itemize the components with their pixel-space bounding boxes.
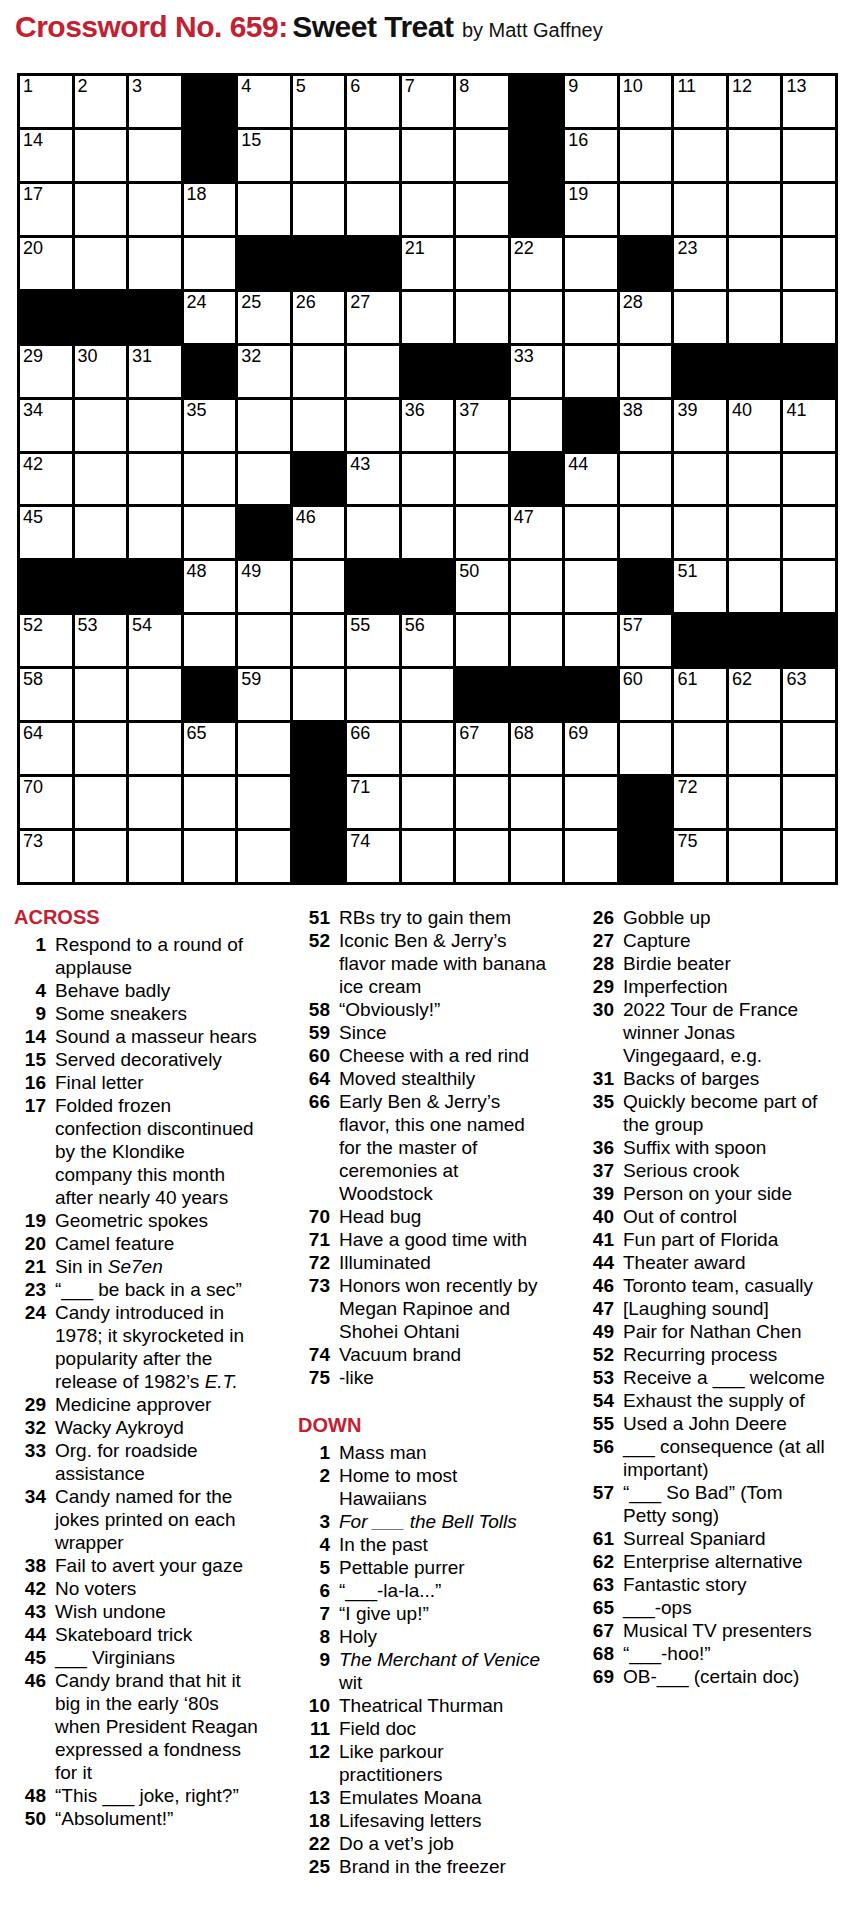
white-cell[interactable]: 28	[620, 292, 672, 343]
white-cell[interactable]: 25	[238, 292, 290, 343]
clue-text: “___-la-la...”	[339, 1579, 546, 1602]
white-cell[interactable]	[511, 400, 563, 451]
white-cell[interactable]	[565, 507, 617, 558]
white-cell[interactable]	[129, 831, 181, 882]
white-cell[interactable]	[456, 777, 508, 828]
white-cell[interactable]	[184, 831, 236, 882]
white-cell[interactable]	[511, 615, 563, 666]
cell-number: 59	[241, 669, 261, 690]
white-cell[interactable]	[729, 130, 781, 181]
clue-text: Enterprise alternative	[623, 1550, 830, 1573]
clue-down-67: 67Musical TV presenters	[582, 1619, 832, 1642]
white-cell[interactable]: 54	[129, 615, 181, 666]
white-cell[interactable]	[293, 561, 345, 612]
clue-text: OB-___ (certain doc)	[623, 1665, 830, 1688]
white-cell[interactable]: 69	[565, 723, 617, 774]
cell-number: 44	[568, 454, 588, 475]
white-cell[interactable]: 39	[674, 400, 726, 451]
white-cell[interactable]: 43	[347, 454, 399, 505]
white-cell[interactable]: 70	[20, 777, 72, 828]
clue-down-52: 52Recurring process	[582, 1343, 832, 1366]
white-cell[interactable]: 32	[238, 346, 290, 397]
white-cell[interactable]: 21	[402, 238, 454, 289]
white-cell[interactable]	[75, 400, 127, 451]
white-cell[interactable]	[783, 561, 835, 612]
clue-across-9: 9Some sneakers	[14, 1002, 264, 1025]
clue-text: Surreal Spaniard	[623, 1527, 830, 1550]
white-cell[interactable]	[75, 831, 127, 882]
clue-down-9: 9The Merchant of Venice wit	[298, 1648, 548, 1694]
white-cell[interactable]: 45	[20, 507, 72, 558]
black-cell	[511, 76, 563, 127]
cell-number: 39	[677, 400, 697, 421]
white-cell[interactable]	[184, 238, 236, 289]
cell-number: 47	[514, 507, 534, 528]
white-cell[interactable]	[729, 777, 781, 828]
white-cell[interactable]: 46	[293, 507, 345, 558]
white-cell[interactable]	[75, 238, 127, 289]
clue-number: 48	[14, 1784, 46, 1807]
clue-number: 53	[582, 1366, 614, 1389]
white-cell[interactable]: 9	[565, 76, 617, 127]
white-cell[interactable]	[293, 130, 345, 181]
white-cell[interactable]: 66	[347, 723, 399, 774]
white-cell[interactable]: 47	[511, 507, 563, 558]
clue-number: 46	[582, 1274, 614, 1297]
white-cell[interactable]: 75	[674, 831, 726, 882]
white-cell[interactable]	[402, 831, 454, 882]
white-cell[interactable]	[565, 346, 617, 397]
clue-across-23: 23“___ be back in a sec”	[14, 1278, 264, 1301]
clue-text: Sin in Se7en	[55, 1255, 262, 1278]
white-cell[interactable]	[565, 292, 617, 343]
white-cell[interactable]: 57	[620, 615, 672, 666]
white-cell[interactable]: 27	[347, 292, 399, 343]
white-cell[interactable]	[511, 831, 563, 882]
black-cell	[129, 561, 181, 612]
white-cell[interactable]	[184, 454, 236, 505]
clue-number: 56	[582, 1435, 614, 1481]
clue-text: Head bug	[339, 1205, 546, 1228]
clue-text: Candy named for the jokes printed on eac…	[55, 1485, 262, 1554]
cell-number: 23	[677, 238, 697, 259]
white-cell[interactable]: 40	[729, 400, 781, 451]
white-cell[interactable]	[75, 184, 127, 235]
white-cell[interactable]: 3	[129, 76, 181, 127]
crossword-grid[interactable]: 1234567891011121314151617181920212223242…	[17, 73, 838, 885]
white-cell[interactable]	[620, 184, 672, 235]
white-cell[interactable]	[783, 184, 835, 235]
white-cell[interactable]	[729, 238, 781, 289]
white-cell[interactable]: 49	[238, 561, 290, 612]
clue-text: Gobble up	[623, 906, 830, 929]
clue-text: Quickly become part of the group	[623, 1090, 830, 1136]
black-cell	[238, 507, 290, 558]
clue-text: Vacuum brand	[339, 1343, 546, 1366]
white-cell[interactable]: 51	[674, 561, 726, 612]
clue-text: Lifesaving letters	[339, 1809, 546, 1832]
white-cell[interactable]	[402, 723, 454, 774]
clue-number: 8	[298, 1625, 330, 1648]
white-cell[interactable]: 48	[184, 561, 236, 612]
clue-text: Suffix with spoon	[623, 1136, 830, 1159]
white-cell[interactable]	[565, 831, 617, 882]
clue-text: Fun part of Florida	[623, 1228, 830, 1251]
clue-text: -like	[339, 1366, 546, 1389]
white-cell[interactable]: 20	[20, 238, 72, 289]
white-cell[interactable]: 7	[402, 76, 454, 127]
black-cell	[184, 346, 236, 397]
clue-across-73: 73Honors won recently by Megan Rapinoe a…	[298, 1274, 548, 1343]
white-cell[interactable]	[293, 184, 345, 235]
white-cell[interactable]	[402, 292, 454, 343]
white-cell[interactable]	[293, 615, 345, 666]
white-cell[interactable]: 35	[184, 400, 236, 451]
white-cell[interactable]	[729, 292, 781, 343]
white-cell[interactable]	[620, 454, 672, 505]
white-cell[interactable]	[402, 184, 454, 235]
white-cell[interactable]: 19	[565, 184, 617, 235]
clue-across-38: 38Fail to avert your gaze	[14, 1554, 264, 1577]
white-cell[interactable]	[674, 723, 726, 774]
clue-number: 23	[14, 1278, 46, 1301]
cell-number: 65	[187, 723, 207, 744]
white-cell[interactable]: 23	[674, 238, 726, 289]
white-cell[interactable]: 71	[347, 777, 399, 828]
white-cell[interactable]: 55	[347, 615, 399, 666]
white-cell[interactable]	[674, 292, 726, 343]
clue-text: Backs of barges	[623, 1067, 830, 1090]
white-cell[interactable]: 15	[238, 130, 290, 181]
white-cell[interactable]: 16	[565, 130, 617, 181]
white-cell[interactable]	[456, 615, 508, 666]
white-cell[interactable]	[129, 507, 181, 558]
white-cell[interactable]	[75, 777, 127, 828]
white-cell[interactable]	[565, 238, 617, 289]
white-cell[interactable]	[347, 130, 399, 181]
clue-text: Wacky Aykroyd	[55, 1416, 262, 1439]
white-cell[interactable]	[238, 723, 290, 774]
white-cell[interactable]	[129, 238, 181, 289]
clue-text: Imperfection	[623, 975, 830, 998]
white-cell[interactable]	[129, 184, 181, 235]
clue-text: Emulates Moana	[339, 1786, 546, 1809]
clue-text: Wish undone	[55, 1600, 262, 1623]
white-cell[interactable]	[184, 777, 236, 828]
white-cell[interactable]	[293, 669, 345, 720]
cell-number: 71	[350, 777, 370, 798]
white-cell[interactable]: 50	[456, 561, 508, 612]
clue-column-3: 26Gobble up27Capture28Birdie beater29Imp…	[582, 906, 832, 1878]
white-cell[interactable]	[565, 561, 617, 612]
white-cell[interactable]	[402, 669, 454, 720]
clue-down-4: 4In the past	[298, 1533, 548, 1556]
clue-number: 10	[298, 1694, 330, 1717]
white-cell[interactable]: 37	[456, 400, 508, 451]
clue-text: Like parkour practitioners	[339, 1740, 546, 1786]
clue-down-56: 56___ consequence (at all important)	[582, 1435, 832, 1481]
white-cell[interactable]	[783, 507, 835, 558]
white-cell[interactable]	[620, 346, 672, 397]
white-cell[interactable]: 73	[20, 831, 72, 882]
clue-number: 31	[582, 1067, 614, 1090]
clue-across-17: 17Folded frozen confection discontinued …	[14, 1094, 264, 1209]
clue-across-4: 4Behave badly	[14, 979, 264, 1002]
cell-number: 18	[187, 184, 207, 205]
white-cell[interactable]	[783, 777, 835, 828]
white-cell[interactable]	[729, 831, 781, 882]
white-cell[interactable]: 8	[456, 76, 508, 127]
clue-text: Birdie beater	[623, 952, 830, 975]
white-cell[interactable]: 18	[184, 184, 236, 235]
clue-text: Serious crook	[623, 1159, 830, 1182]
white-cell[interactable]: 64	[20, 723, 72, 774]
clue-number: 51	[298, 906, 330, 929]
white-cell[interactable]	[238, 184, 290, 235]
white-cell[interactable]	[674, 454, 726, 505]
white-cell[interactable]	[456, 130, 508, 181]
white-cell[interactable]: 1	[20, 76, 72, 127]
white-cell[interactable]	[565, 615, 617, 666]
white-cell[interactable]: 11	[674, 76, 726, 127]
clue-text: Illuminated	[339, 1251, 546, 1274]
clue-number: 49	[582, 1320, 614, 1343]
clue-number: 9	[298, 1648, 330, 1694]
white-cell[interactable]: 29	[20, 346, 72, 397]
white-cell[interactable]	[347, 669, 399, 720]
white-cell[interactable]	[456, 184, 508, 235]
white-cell[interactable]: 6	[347, 76, 399, 127]
white-cell[interactable]: 41	[783, 400, 835, 451]
cell-number: 40	[732, 400, 752, 421]
white-cell[interactable]: 67	[456, 723, 508, 774]
clue-number: 59	[298, 1021, 330, 1044]
cell-number: 66	[350, 723, 370, 744]
white-cell[interactable]: 31	[129, 346, 181, 397]
white-cell[interactable]	[75, 507, 127, 558]
black-cell	[347, 561, 399, 612]
black-cell	[783, 346, 835, 397]
white-cell[interactable]: 52	[20, 615, 72, 666]
clue-text: In the past	[339, 1533, 546, 1556]
white-cell[interactable]	[347, 507, 399, 558]
white-cell[interactable]	[129, 777, 181, 828]
cell-number: 10	[623, 76, 643, 97]
white-cell[interactable]	[402, 454, 454, 505]
cell-number: 34	[23, 400, 43, 421]
white-cell[interactable]: 62	[729, 669, 781, 720]
clue-across-34: 34Candy named for the jokes printed on e…	[14, 1485, 264, 1554]
clue-text: ___-ops	[623, 1596, 830, 1619]
clue-across-14: 14Sound a masseur hears	[14, 1025, 264, 1048]
black-cell	[20, 561, 72, 612]
clue-down-26: 26Gobble up	[582, 906, 832, 929]
clue-text: Candy brand that hit it big in the early…	[55, 1669, 262, 1784]
white-cell[interactable]	[456, 454, 508, 505]
black-cell	[293, 238, 345, 289]
white-cell[interactable]	[620, 723, 672, 774]
white-cell[interactable]: 56	[402, 615, 454, 666]
white-cell[interactable]: 58	[20, 669, 72, 720]
white-cell[interactable]	[75, 723, 127, 774]
cell-number: 69	[568, 723, 588, 744]
white-cell[interactable]	[511, 777, 563, 828]
white-cell[interactable]	[729, 561, 781, 612]
clue-number: 69	[582, 1665, 614, 1688]
white-cell[interactable]	[783, 130, 835, 181]
white-cell[interactable]: 4	[238, 76, 290, 127]
white-cell[interactable]	[129, 723, 181, 774]
white-cell[interactable]	[129, 130, 181, 181]
white-cell[interactable]: 33	[511, 346, 563, 397]
white-cell[interactable]	[129, 669, 181, 720]
white-cell[interactable]	[129, 454, 181, 505]
white-cell[interactable]: 36	[402, 400, 454, 451]
clue-number: 54	[582, 1389, 614, 1412]
white-cell[interactable]	[620, 130, 672, 181]
white-cell[interactable]: 17	[20, 184, 72, 235]
white-cell[interactable]: 53	[75, 615, 127, 666]
white-cell[interactable]	[729, 507, 781, 558]
white-cell[interactable]: 60	[620, 669, 672, 720]
clue-across-15: 15Served decoratively	[14, 1048, 264, 1071]
white-cell[interactable]	[511, 561, 563, 612]
clue-number: 29	[582, 975, 614, 998]
white-cell[interactable]	[75, 454, 127, 505]
white-cell[interactable]: 38	[620, 400, 672, 451]
clue-number: 26	[582, 906, 614, 929]
cell-number: 53	[78, 615, 98, 636]
clue-down-22: 22Do a vet’s job	[298, 1832, 548, 1855]
white-cell[interactable]: 10	[620, 76, 672, 127]
white-cell[interactable]	[783, 238, 835, 289]
white-cell[interactable]	[783, 292, 835, 343]
white-cell[interactable]	[129, 400, 181, 451]
white-cell[interactable]	[511, 292, 563, 343]
white-cell[interactable]	[674, 184, 726, 235]
cell-number: 24	[187, 292, 207, 313]
white-cell[interactable]	[238, 615, 290, 666]
cell-number: 29	[23, 346, 43, 367]
across-clues-part2: 51RBs try to gain them52Iconic Ben & Jer…	[298, 906, 548, 1389]
white-cell[interactable]: 22	[511, 238, 563, 289]
white-cell[interactable]	[456, 831, 508, 882]
clue-across-70: 70Head bug	[298, 1205, 548, 1228]
white-cell[interactable]: 24	[184, 292, 236, 343]
white-cell[interactable]	[347, 184, 399, 235]
clue-down-37: 37Serious crook	[582, 1159, 832, 1182]
white-cell[interactable]: 2	[75, 76, 127, 127]
white-cell[interactable]	[293, 346, 345, 397]
white-cell[interactable]: 65	[184, 723, 236, 774]
white-cell[interactable]	[674, 507, 726, 558]
cell-number: 19	[568, 184, 588, 205]
black-cell	[620, 561, 672, 612]
white-cell[interactable]: 63	[783, 669, 835, 720]
white-cell[interactable]: 72	[674, 777, 726, 828]
white-cell[interactable]	[456, 238, 508, 289]
clue-down-11: 11Field doc	[298, 1717, 548, 1740]
white-cell[interactable]: 42	[20, 454, 72, 505]
clue-number: 4	[298, 1533, 330, 1556]
black-cell	[620, 238, 672, 289]
clue-number: 41	[582, 1228, 614, 1251]
white-cell[interactable]	[402, 507, 454, 558]
white-cell[interactable]	[783, 454, 835, 505]
white-cell[interactable]: 34	[20, 400, 72, 451]
white-cell[interactable]	[184, 615, 236, 666]
clue-down-1: 1Mass man	[298, 1441, 548, 1464]
white-cell[interactable]	[238, 400, 290, 451]
clue-down-35: 35Quickly become part of the group	[582, 1090, 832, 1136]
white-cell[interactable]	[293, 400, 345, 451]
clue-down-41: 41Fun part of Florida	[582, 1228, 832, 1251]
white-cell[interactable]	[347, 400, 399, 451]
clue-down-13: 13Emulates Moana	[298, 1786, 548, 1809]
white-cell[interactable]	[238, 831, 290, 882]
white-cell[interactable]	[674, 130, 726, 181]
clue-down-47: 47[Laughing sound]	[582, 1297, 832, 1320]
clue-number: 22	[298, 1832, 330, 1855]
white-cell[interactable]	[783, 831, 835, 882]
white-cell[interactable]	[75, 130, 127, 181]
white-cell[interactable]	[565, 777, 617, 828]
white-cell[interactable]	[729, 184, 781, 235]
clue-down-69: 69OB-___ (certain doc)	[582, 1665, 832, 1688]
white-cell[interactable]	[456, 292, 508, 343]
white-cell[interactable]	[402, 777, 454, 828]
white-cell[interactable]: 14	[20, 130, 72, 181]
clue-text: Theater award	[623, 1251, 830, 1274]
down-heading: DOWN	[298, 1414, 548, 1437]
black-cell	[456, 669, 508, 720]
clue-text: Receive a ___ welcome	[623, 1366, 830, 1389]
white-cell[interactable]	[347, 346, 399, 397]
white-cell[interactable]: 13	[783, 76, 835, 127]
white-cell[interactable]	[238, 777, 290, 828]
white-cell[interactable]	[783, 723, 835, 774]
clue-number: 39	[582, 1182, 614, 1205]
white-cell[interactable]	[620, 507, 672, 558]
clue-down-31: 31Backs of barges	[582, 1067, 832, 1090]
down-clues-part1: 1Mass man2Home to most Hawaiians3For ___…	[298, 1441, 548, 1878]
white-cell[interactable]: 59	[238, 669, 290, 720]
white-cell[interactable]: 26	[293, 292, 345, 343]
white-cell[interactable]	[238, 454, 290, 505]
white-cell[interactable]	[184, 507, 236, 558]
white-cell[interactable]	[729, 723, 781, 774]
clue-number: 44	[582, 1251, 614, 1274]
white-cell[interactable]	[456, 507, 508, 558]
white-cell[interactable]	[402, 130, 454, 181]
white-cell[interactable]: 30	[75, 346, 127, 397]
clue-text: “___ be back in a sec”	[55, 1278, 262, 1301]
clue-text: 2022 Tour de France winner Jonas Vingega…	[623, 998, 830, 1067]
white-cell[interactable]: 61	[674, 669, 726, 720]
cell-number: 61	[677, 669, 697, 690]
cell-number: 3	[132, 76, 142, 97]
white-cell[interactable]: 68	[511, 723, 563, 774]
black-cell	[184, 76, 236, 127]
white-cell[interactable]: 12	[729, 76, 781, 127]
white-cell[interactable]	[75, 669, 127, 720]
white-cell[interactable]: 5	[293, 76, 345, 127]
cell-number: 2	[78, 76, 88, 97]
white-cell[interactable]: 44	[565, 454, 617, 505]
white-cell[interactable]	[729, 454, 781, 505]
white-cell[interactable]: 74	[347, 831, 399, 882]
black-cell	[238, 238, 290, 289]
